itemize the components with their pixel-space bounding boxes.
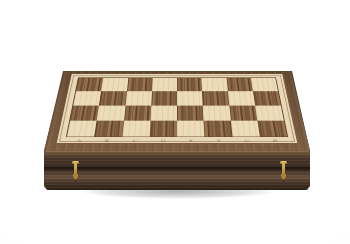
board-square (203, 106, 230, 121)
board-square (257, 121, 287, 137)
board-top-face: ABCDEFGH (44, 71, 310, 151)
file-label: E (177, 137, 205, 144)
board-square (230, 121, 259, 137)
brass-clasp-right-icon (280, 161, 287, 181)
case-front (44, 151, 310, 190)
board-square (177, 121, 205, 137)
board-square (255, 106, 284, 121)
file-label: F (205, 137, 233, 144)
board-square (204, 121, 232, 137)
file-label: C (121, 137, 149, 144)
board-square (253, 91, 281, 105)
board-square (177, 78, 202, 91)
board-square (67, 121, 97, 137)
board-square (73, 91, 101, 105)
board-square (177, 91, 203, 105)
board-square (70, 106, 99, 121)
board-square (76, 78, 103, 91)
file-label: A (64, 137, 93, 144)
board-square (122, 121, 150, 137)
board-square (94, 121, 123, 137)
board-square (251, 78, 278, 91)
board-square (101, 78, 128, 91)
board-grid (66, 77, 288, 137)
clasp-hook (281, 173, 286, 178)
board-square (124, 106, 151, 121)
file-label: H (260, 137, 289, 144)
board-square (202, 91, 229, 105)
board-square (125, 91, 152, 105)
board-square (152, 78, 177, 91)
brass-clasp-left-icon (72, 161, 79, 181)
board-square (202, 78, 228, 91)
board-square (150, 106, 177, 121)
board-square (99, 91, 126, 105)
board-square (227, 91, 254, 105)
file-label: D (149, 137, 177, 144)
clasp-hook (73, 173, 78, 178)
board-top-perspective: ABCDEFGH (44, 0, 310, 151)
board-square (97, 106, 125, 121)
product-photo: ABCDEFGH (0, 0, 350, 244)
file-label-strip: ABCDEFGH (64, 137, 289, 144)
board-square (226, 78, 253, 91)
board-square (229, 106, 257, 121)
board-square (127, 78, 153, 91)
board-square (151, 91, 177, 105)
file-label: B (93, 137, 122, 144)
fold-seam (44, 167, 310, 170)
file-label: G (233, 137, 262, 144)
board-square (177, 106, 204, 121)
board-square (149, 121, 177, 137)
